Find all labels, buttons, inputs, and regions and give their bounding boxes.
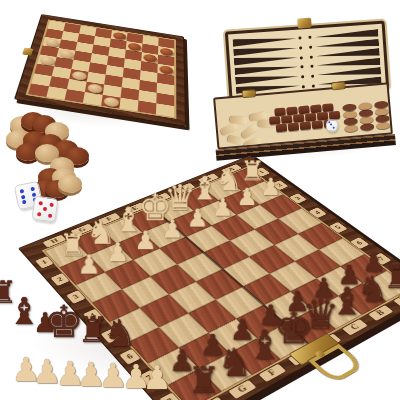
extra-dark-knight[interactable]: ♞ xyxy=(103,315,136,352)
die-pip xyxy=(21,194,26,199)
die-pip xyxy=(38,201,43,206)
die-pip xyxy=(37,211,42,216)
die-pip xyxy=(22,200,27,205)
die-pip xyxy=(47,213,52,218)
die-5[interactable] xyxy=(31,195,58,222)
die-pip xyxy=(31,186,36,191)
product-photo-canvas: ♜♞♝♚♛♝♞♜♟♟♟♟♟♟♟♟♟♟♟♟♟♟♟♟♜♞♝♚♛♝♞♜ HGFEDCB… xyxy=(0,0,400,400)
die-pip xyxy=(43,207,48,212)
extra-light-pawn[interactable]: ♟ xyxy=(142,361,172,394)
die-pip xyxy=(19,189,24,194)
die-pip xyxy=(49,202,54,207)
